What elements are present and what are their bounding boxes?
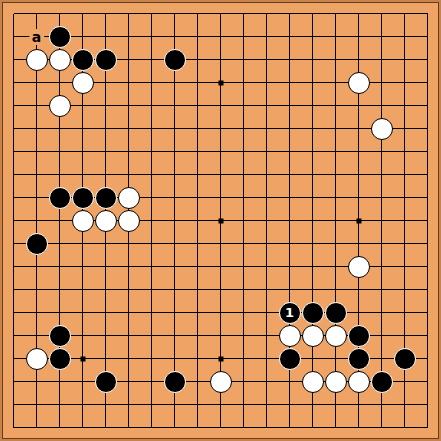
intersection[interactable] xyxy=(255,140,278,163)
intersection[interactable] xyxy=(163,25,186,48)
intersection[interactable] xyxy=(209,117,232,140)
intersection[interactable] xyxy=(232,301,255,324)
intersection[interactable] xyxy=(324,186,347,209)
intersection[interactable] xyxy=(232,416,255,439)
intersection[interactable] xyxy=(25,324,48,347)
intersection[interactable] xyxy=(324,255,347,278)
intersection[interactable] xyxy=(324,94,347,117)
intersection[interactable] xyxy=(117,71,140,94)
intersection[interactable] xyxy=(393,232,416,255)
intersection[interactable] xyxy=(71,94,94,117)
intersection[interactable] xyxy=(393,117,416,140)
intersection[interactable] xyxy=(186,324,209,347)
intersection[interactable] xyxy=(347,278,370,301)
intersection[interactable] xyxy=(48,393,71,416)
intersection[interactable] xyxy=(140,324,163,347)
intersection[interactable] xyxy=(25,2,48,25)
intersection[interactable] xyxy=(232,255,255,278)
intersection[interactable] xyxy=(163,140,186,163)
intersection[interactable] xyxy=(94,2,117,25)
intersection[interactable] xyxy=(163,324,186,347)
intersection[interactable] xyxy=(370,416,393,439)
intersection[interactable] xyxy=(347,393,370,416)
intersection[interactable] xyxy=(255,186,278,209)
intersection[interactable] xyxy=(209,393,232,416)
intersection[interactable] xyxy=(393,416,416,439)
intersection[interactable] xyxy=(255,48,278,71)
intersection[interactable] xyxy=(140,25,163,48)
intersection[interactable] xyxy=(163,71,186,94)
intersection[interactable] xyxy=(393,71,416,94)
intersection[interactable] xyxy=(140,255,163,278)
intersection[interactable] xyxy=(255,2,278,25)
intersection[interactable] xyxy=(301,140,324,163)
intersection[interactable] xyxy=(209,48,232,71)
intersection[interactable] xyxy=(347,94,370,117)
intersection[interactable] xyxy=(209,301,232,324)
intersection[interactable] xyxy=(416,209,439,232)
intersection[interactable] xyxy=(2,232,25,255)
intersection[interactable] xyxy=(278,232,301,255)
intersection[interactable] xyxy=(255,255,278,278)
intersection[interactable] xyxy=(2,71,25,94)
intersection[interactable] xyxy=(347,48,370,71)
intersection[interactable] xyxy=(255,416,278,439)
intersection[interactable] xyxy=(393,393,416,416)
intersection[interactable] xyxy=(278,2,301,25)
intersection[interactable] xyxy=(186,301,209,324)
intersection[interactable] xyxy=(209,25,232,48)
intersection[interactable] xyxy=(324,232,347,255)
intersection[interactable] xyxy=(71,301,94,324)
intersection[interactable] xyxy=(140,186,163,209)
intersection[interactable] xyxy=(186,117,209,140)
intersection[interactable] xyxy=(163,255,186,278)
intersection[interactable] xyxy=(140,209,163,232)
intersection[interactable] xyxy=(255,278,278,301)
intersection[interactable] xyxy=(2,416,25,439)
intersection[interactable] xyxy=(48,232,71,255)
intersection[interactable] xyxy=(416,347,439,370)
intersection[interactable] xyxy=(186,393,209,416)
intersection[interactable] xyxy=(278,278,301,301)
intersection[interactable] xyxy=(2,25,25,48)
intersection[interactable] xyxy=(255,347,278,370)
intersection[interactable] xyxy=(370,324,393,347)
intersection[interactable] xyxy=(94,25,117,48)
intersection[interactable] xyxy=(370,25,393,48)
intersection[interactable] xyxy=(94,232,117,255)
intersection[interactable] xyxy=(278,94,301,117)
intersection[interactable] xyxy=(347,117,370,140)
intersection[interactable] xyxy=(25,209,48,232)
intersection[interactable] xyxy=(209,416,232,439)
intersection[interactable] xyxy=(324,25,347,48)
intersection[interactable] xyxy=(209,278,232,301)
intersection[interactable] xyxy=(186,140,209,163)
intersection[interactable] xyxy=(301,209,324,232)
intersection[interactable] xyxy=(186,2,209,25)
intersection[interactable] xyxy=(25,140,48,163)
intersection[interactable] xyxy=(2,163,25,186)
intersection[interactable] xyxy=(232,25,255,48)
intersection[interactable] xyxy=(48,416,71,439)
intersection[interactable] xyxy=(117,301,140,324)
intersection[interactable] xyxy=(186,347,209,370)
intersection[interactable] xyxy=(278,163,301,186)
intersection[interactable] xyxy=(416,140,439,163)
intersection[interactable] xyxy=(48,278,71,301)
intersection[interactable] xyxy=(301,48,324,71)
intersection[interactable] xyxy=(255,324,278,347)
intersection[interactable] xyxy=(2,94,25,117)
intersection[interactable] xyxy=(301,163,324,186)
intersection[interactable] xyxy=(416,25,439,48)
intersection[interactable] xyxy=(163,278,186,301)
intersection[interactable] xyxy=(255,25,278,48)
intersection[interactable] xyxy=(370,163,393,186)
intersection[interactable] xyxy=(324,163,347,186)
intersection[interactable] xyxy=(370,209,393,232)
intersection[interactable] xyxy=(25,186,48,209)
intersection[interactable] xyxy=(347,416,370,439)
intersection[interactable] xyxy=(278,186,301,209)
intersection[interactable] xyxy=(232,324,255,347)
intersection[interactable] xyxy=(393,324,416,347)
intersection[interactable] xyxy=(209,94,232,117)
intersection[interactable] xyxy=(255,232,278,255)
intersection[interactable] xyxy=(255,209,278,232)
intersection[interactable] xyxy=(347,163,370,186)
intersection[interactable] xyxy=(209,255,232,278)
intersection[interactable] xyxy=(71,25,94,48)
intersection[interactable] xyxy=(232,393,255,416)
intersection[interactable] xyxy=(232,232,255,255)
intersection[interactable] xyxy=(209,232,232,255)
intersection[interactable] xyxy=(301,186,324,209)
intersection[interactable] xyxy=(301,94,324,117)
intersection[interactable] xyxy=(416,301,439,324)
intersection[interactable] xyxy=(163,186,186,209)
intersection[interactable] xyxy=(48,140,71,163)
intersection[interactable] xyxy=(25,163,48,186)
intersection[interactable] xyxy=(2,186,25,209)
intersection[interactable] xyxy=(301,278,324,301)
intersection[interactable] xyxy=(416,186,439,209)
intersection[interactable] xyxy=(209,163,232,186)
intersection[interactable] xyxy=(25,393,48,416)
intersection[interactable] xyxy=(163,117,186,140)
intersection[interactable] xyxy=(301,117,324,140)
intersection[interactable] xyxy=(301,393,324,416)
intersection[interactable] xyxy=(71,2,94,25)
intersection[interactable] xyxy=(370,255,393,278)
intersection[interactable] xyxy=(117,416,140,439)
intersection[interactable] xyxy=(71,416,94,439)
intersection[interactable] xyxy=(140,71,163,94)
intersection[interactable] xyxy=(370,2,393,25)
intersection[interactable] xyxy=(416,117,439,140)
intersection[interactable] xyxy=(71,393,94,416)
intersection[interactable] xyxy=(140,94,163,117)
intersection[interactable] xyxy=(117,163,140,186)
intersection[interactable] xyxy=(71,324,94,347)
intersection[interactable] xyxy=(94,140,117,163)
intersection[interactable] xyxy=(255,163,278,186)
intersection[interactable] xyxy=(117,232,140,255)
intersection[interactable] xyxy=(117,255,140,278)
intersection[interactable] xyxy=(324,209,347,232)
intersection[interactable] xyxy=(163,94,186,117)
intersection[interactable] xyxy=(370,186,393,209)
intersection[interactable] xyxy=(278,25,301,48)
intersection[interactable] xyxy=(232,163,255,186)
intersection[interactable] xyxy=(2,324,25,347)
intersection[interactable] xyxy=(232,186,255,209)
intersection[interactable] xyxy=(140,370,163,393)
intersection[interactable] xyxy=(393,140,416,163)
intersection[interactable] xyxy=(416,393,439,416)
intersection[interactable] xyxy=(2,393,25,416)
intersection[interactable] xyxy=(416,2,439,25)
intersection[interactable] xyxy=(117,48,140,71)
intersection[interactable] xyxy=(186,255,209,278)
intersection[interactable] xyxy=(186,370,209,393)
intersection[interactable] xyxy=(324,416,347,439)
intersection[interactable] xyxy=(48,117,71,140)
intersection[interactable] xyxy=(71,278,94,301)
intersection[interactable] xyxy=(186,416,209,439)
intersection[interactable] xyxy=(393,301,416,324)
intersection[interactable] xyxy=(347,232,370,255)
intersection[interactable] xyxy=(393,278,416,301)
intersection[interactable] xyxy=(393,25,416,48)
intersection[interactable] xyxy=(255,393,278,416)
intersection[interactable] xyxy=(140,163,163,186)
intersection[interactable] xyxy=(370,140,393,163)
intersection[interactable] xyxy=(370,71,393,94)
intersection[interactable] xyxy=(186,278,209,301)
intersection[interactable] xyxy=(324,140,347,163)
intersection[interactable] xyxy=(347,209,370,232)
intersection[interactable] xyxy=(25,117,48,140)
intersection[interactable] xyxy=(370,393,393,416)
intersection[interactable] xyxy=(117,324,140,347)
intersection[interactable] xyxy=(48,209,71,232)
intersection[interactable] xyxy=(232,2,255,25)
intersection[interactable] xyxy=(25,255,48,278)
intersection[interactable] xyxy=(393,163,416,186)
intersection[interactable] xyxy=(232,94,255,117)
intersection[interactable] xyxy=(186,163,209,186)
intersection[interactable] xyxy=(209,209,232,232)
intersection[interactable] xyxy=(232,347,255,370)
intersection[interactable] xyxy=(186,25,209,48)
intersection[interactable] xyxy=(25,278,48,301)
intersection[interactable] xyxy=(186,232,209,255)
intersection[interactable] xyxy=(186,186,209,209)
intersection[interactable] xyxy=(2,140,25,163)
intersection[interactable] xyxy=(255,71,278,94)
intersection[interactable] xyxy=(94,117,117,140)
intersection[interactable] xyxy=(278,255,301,278)
intersection[interactable] xyxy=(94,347,117,370)
intersection[interactable] xyxy=(25,71,48,94)
intersection[interactable] xyxy=(117,278,140,301)
intersection[interactable] xyxy=(416,71,439,94)
intersection[interactable] xyxy=(140,140,163,163)
intersection[interactable] xyxy=(163,347,186,370)
intersection[interactable] xyxy=(94,278,117,301)
intersection[interactable] xyxy=(416,324,439,347)
intersection[interactable] xyxy=(347,301,370,324)
intersection[interactable] xyxy=(186,48,209,71)
intersection[interactable] xyxy=(209,186,232,209)
intersection[interactable] xyxy=(278,117,301,140)
intersection[interactable] xyxy=(25,370,48,393)
intersection[interactable] xyxy=(94,301,117,324)
intersection[interactable] xyxy=(48,301,71,324)
intersection[interactable] xyxy=(416,232,439,255)
intersection[interactable] xyxy=(278,393,301,416)
intersection[interactable] xyxy=(347,25,370,48)
intersection[interactable] xyxy=(48,255,71,278)
intersection[interactable] xyxy=(278,416,301,439)
intersection[interactable] xyxy=(25,301,48,324)
intersection[interactable] xyxy=(255,370,278,393)
intersection[interactable] xyxy=(94,324,117,347)
intersection[interactable] xyxy=(117,140,140,163)
intersection[interactable] xyxy=(301,347,324,370)
intersection[interactable] xyxy=(2,255,25,278)
intersection[interactable] xyxy=(117,370,140,393)
intersection[interactable] xyxy=(2,347,25,370)
intersection[interactable] xyxy=(117,25,140,48)
intersection[interactable] xyxy=(278,140,301,163)
intersection[interactable] xyxy=(186,71,209,94)
intersection[interactable] xyxy=(232,209,255,232)
intersection[interactable] xyxy=(370,94,393,117)
intersection[interactable] xyxy=(393,209,416,232)
intersection[interactable] xyxy=(25,94,48,117)
intersection[interactable] xyxy=(278,48,301,71)
intersection[interactable] xyxy=(416,370,439,393)
intersection[interactable] xyxy=(71,163,94,186)
intersection[interactable] xyxy=(140,393,163,416)
intersection[interactable] xyxy=(347,2,370,25)
intersection[interactable] xyxy=(71,117,94,140)
intersection[interactable] xyxy=(140,117,163,140)
intersection[interactable] xyxy=(25,416,48,439)
intersection[interactable] xyxy=(416,94,439,117)
intersection[interactable] xyxy=(71,140,94,163)
intersection[interactable] xyxy=(163,163,186,186)
intersection[interactable] xyxy=(278,71,301,94)
intersection[interactable] xyxy=(140,416,163,439)
intersection[interactable] xyxy=(255,301,278,324)
intersection[interactable] xyxy=(140,48,163,71)
intersection[interactable] xyxy=(393,255,416,278)
intersection[interactable] xyxy=(140,278,163,301)
intersection[interactable] xyxy=(416,278,439,301)
intersection[interactable] xyxy=(301,416,324,439)
intersection[interactable] xyxy=(232,140,255,163)
intersection[interactable] xyxy=(117,347,140,370)
intersection[interactable] xyxy=(94,94,117,117)
intersection[interactable] xyxy=(140,347,163,370)
intersection[interactable] xyxy=(2,48,25,71)
intersection[interactable] xyxy=(48,2,71,25)
intersection[interactable] xyxy=(2,209,25,232)
intersection[interactable] xyxy=(301,71,324,94)
intersection[interactable] xyxy=(117,393,140,416)
intersection[interactable] xyxy=(370,232,393,255)
intersection[interactable] xyxy=(324,278,347,301)
intersection[interactable] xyxy=(324,347,347,370)
intersection[interactable] xyxy=(393,2,416,25)
intersection[interactable] xyxy=(393,186,416,209)
intersection[interactable] xyxy=(71,255,94,278)
intersection[interactable] xyxy=(71,347,94,370)
intersection[interactable] xyxy=(393,94,416,117)
intersection[interactable] xyxy=(71,232,94,255)
intersection[interactable] xyxy=(347,186,370,209)
intersection[interactable] xyxy=(117,94,140,117)
intersection[interactable] xyxy=(255,94,278,117)
intersection[interactable] xyxy=(301,232,324,255)
intersection[interactable] xyxy=(2,370,25,393)
intersection[interactable] xyxy=(209,2,232,25)
intersection[interactable] xyxy=(186,94,209,117)
intersection[interactable] xyxy=(278,209,301,232)
intersection[interactable] xyxy=(324,393,347,416)
intersection[interactable] xyxy=(209,71,232,94)
intersection[interactable] xyxy=(393,370,416,393)
intersection[interactable] xyxy=(324,2,347,25)
intersection[interactable] xyxy=(209,140,232,163)
intersection[interactable] xyxy=(163,2,186,25)
intersection[interactable] xyxy=(2,278,25,301)
intersection[interactable] xyxy=(416,163,439,186)
intersection[interactable] xyxy=(140,301,163,324)
intersection[interactable] xyxy=(94,393,117,416)
intersection[interactable] xyxy=(301,255,324,278)
intersection[interactable] xyxy=(232,71,255,94)
intersection[interactable] xyxy=(232,48,255,71)
intersection[interactable] xyxy=(163,301,186,324)
intersection[interactable] xyxy=(416,416,439,439)
intersection[interactable] xyxy=(117,2,140,25)
intersection[interactable] xyxy=(163,232,186,255)
intersection[interactable] xyxy=(232,370,255,393)
intersection[interactable] xyxy=(347,140,370,163)
intersection[interactable]: a xyxy=(25,25,48,48)
intersection[interactable] xyxy=(48,71,71,94)
intersection[interactable] xyxy=(278,370,301,393)
intersection[interactable] xyxy=(94,255,117,278)
intersection[interactable] xyxy=(301,25,324,48)
intersection[interactable] xyxy=(416,255,439,278)
intersection[interactable] xyxy=(2,2,25,25)
intersection[interactable] xyxy=(94,416,117,439)
intersection[interactable] xyxy=(301,2,324,25)
intersection[interactable] xyxy=(232,278,255,301)
intersection[interactable] xyxy=(2,301,25,324)
intersection[interactable] xyxy=(48,163,71,186)
intersection[interactable] xyxy=(163,209,186,232)
intersection[interactable] xyxy=(370,278,393,301)
intersection[interactable] xyxy=(370,347,393,370)
